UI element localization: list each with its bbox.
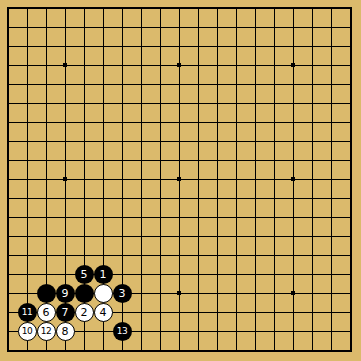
black-stone-G2: 13 [113, 322, 132, 341]
grid-line-horizontal [8, 198, 351, 199]
grid-line-vertical [312, 8, 313, 351]
grid-line-horizontal [8, 236, 351, 237]
hoshi-point [177, 63, 181, 67]
grid-line-horizontal [8, 217, 351, 218]
hoshi-point [291, 177, 295, 181]
move-number: 5 [81, 269, 88, 280]
move-number: 4 [100, 307, 107, 318]
move-number: 1 [100, 269, 107, 280]
grid-line-vertical [255, 8, 256, 351]
move-number: 13 [117, 327, 127, 336]
grid-line-vertical [198, 8, 199, 351]
move-number: 3 [119, 288, 126, 299]
grid-line-horizontal [8, 274, 351, 275]
white-stone-B2: 10 [18, 322, 37, 341]
move-number: 9 [62, 288, 69, 299]
black-stone-F5: 1 [94, 265, 113, 284]
black-stone-B3: 11 [18, 303, 37, 322]
black-stone-E4 [75, 284, 94, 303]
move-number: 12 [41, 327, 51, 336]
white-stone-C2: 12 [37, 322, 56, 341]
grid-line-vertical [331, 8, 332, 351]
white-stone-F4 [94, 284, 113, 303]
go-board[interactable]: 12345678910111213 [0, 0, 361, 361]
hoshi-point [291, 63, 295, 67]
grid-line-vertical [274, 8, 275, 351]
move-number: 11 [22, 308, 32, 317]
hoshi-point [291, 291, 295, 295]
move-number: 2 [81, 307, 88, 318]
grid-line-vertical [217, 8, 218, 351]
move-number: 6 [43, 307, 50, 318]
white-stone-C3: 6 [37, 303, 56, 322]
black-stone-C4 [37, 284, 56, 303]
hoshi-point [177, 291, 181, 295]
move-number: 10 [22, 327, 32, 336]
white-stone-D2: 8 [56, 322, 75, 341]
hoshi-point [63, 177, 67, 181]
move-number: 8 [62, 326, 69, 337]
grid-line-horizontal [8, 255, 351, 256]
black-stone-G4: 3 [113, 284, 132, 303]
hoshi-point [63, 63, 67, 67]
white-stone-E3: 2 [75, 303, 94, 322]
move-number: 7 [62, 307, 69, 318]
black-stone-E5: 5 [75, 265, 94, 284]
grid-line-vertical [236, 8, 237, 351]
white-stone-F3: 4 [94, 303, 113, 322]
black-stone-D3: 7 [56, 303, 75, 322]
black-stone-D4: 9 [56, 284, 75, 303]
hoshi-point [177, 177, 181, 181]
